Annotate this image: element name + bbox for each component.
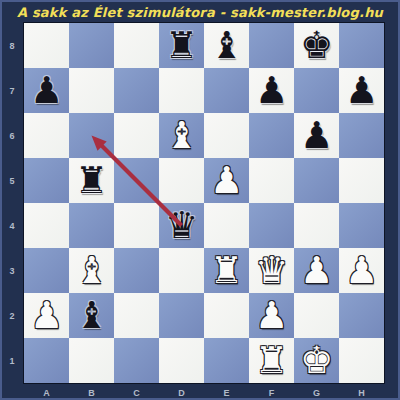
square-d7[interactable]	[159, 68, 204, 113]
square-c4[interactable]	[114, 203, 159, 248]
square-c7[interactable]	[114, 68, 159, 113]
square-h5[interactable]	[339, 158, 384, 203]
rank-label-7: 7	[2, 68, 22, 113]
rank-label-8: 8	[2, 23, 22, 68]
rank-label-3: 3	[2, 248, 22, 293]
square-a6[interactable]	[24, 113, 69, 158]
square-h8[interactable]	[339, 23, 384, 68]
square-f2[interactable]: ♟	[249, 293, 294, 338]
piece-white-pawn-g3[interactable]: ♟	[300, 248, 333, 293]
square-c3[interactable]	[114, 248, 159, 293]
square-a4[interactable]	[24, 203, 69, 248]
square-h7[interactable]: ♟	[339, 68, 384, 113]
square-e7[interactable]	[204, 68, 249, 113]
piece-black-pawn-h7[interactable]: ♟	[345, 68, 378, 113]
piece-white-king-g1[interactable]: ♚	[300, 338, 333, 383]
square-g1[interactable]: ♚	[294, 338, 339, 383]
piece-black-bishop-e8[interactable]: ♝	[210, 23, 243, 68]
square-b3[interactable]: ♝	[69, 248, 114, 293]
square-d3[interactable]	[159, 248, 204, 293]
square-d5[interactable]	[159, 158, 204, 203]
piece-white-queen-f3[interactable]: ♛	[255, 248, 288, 293]
piece-white-rook-f1[interactable]: ♜	[255, 338, 288, 383]
square-c5[interactable]	[114, 158, 159, 203]
square-a7[interactable]: ♟	[24, 68, 69, 113]
square-b7[interactable]	[69, 68, 114, 113]
square-e3[interactable]: ♜	[204, 248, 249, 293]
piece-black-king-g8[interactable]: ♚	[300, 23, 333, 68]
square-g7[interactable]	[294, 68, 339, 113]
file-label-F: F	[249, 385, 294, 400]
file-label-A: A	[24, 385, 69, 400]
square-g3[interactable]: ♟	[294, 248, 339, 293]
square-a8[interactable]	[24, 23, 69, 68]
piece-white-pawn-f2[interactable]: ♟	[255, 293, 288, 338]
square-g5[interactable]	[294, 158, 339, 203]
chess-app-window: A sakk az Élet szimulátora - sakk-mester…	[0, 0, 400, 400]
square-f5[interactable]	[249, 158, 294, 203]
piece-white-bishop-d6[interactable]: ♝	[165, 113, 198, 158]
square-g6[interactable]: ♟	[294, 113, 339, 158]
square-b4[interactable]	[69, 203, 114, 248]
piece-black-rook-d8[interactable]: ♜	[165, 23, 198, 68]
file-label-C: C	[114, 385, 159, 400]
square-b8[interactable]	[69, 23, 114, 68]
page-title: A sakk az Élet szimulátora - sakk-mester…	[17, 5, 383, 20]
square-e4[interactable]	[204, 203, 249, 248]
square-h4[interactable]	[339, 203, 384, 248]
piece-white-pawn-e5[interactable]: ♟	[210, 158, 243, 203]
square-a2[interactable]: ♟	[24, 293, 69, 338]
square-b5[interactable]: ♜	[69, 158, 114, 203]
square-h6[interactable]	[339, 113, 384, 158]
square-e2[interactable]	[204, 293, 249, 338]
square-f7[interactable]: ♟	[249, 68, 294, 113]
square-g4[interactable]	[294, 203, 339, 248]
file-label-D: D	[159, 385, 204, 400]
square-c6[interactable]	[114, 113, 159, 158]
square-a1[interactable]	[24, 338, 69, 383]
square-c2[interactable]	[114, 293, 159, 338]
square-e1[interactable]	[204, 338, 249, 383]
square-d4[interactable]: ♛	[159, 203, 204, 248]
piece-black-pawn-a7[interactable]: ♟	[30, 68, 63, 113]
piece-white-pawn-a2[interactable]: ♟	[30, 293, 63, 338]
piece-white-pawn-h3[interactable]: ♟	[345, 248, 378, 293]
square-f6[interactable]	[249, 113, 294, 158]
rank-label-2: 2	[2, 293, 22, 338]
piece-black-bishop-b2[interactable]: ♝	[75, 293, 108, 338]
square-g8[interactable]: ♚	[294, 23, 339, 68]
square-h3[interactable]: ♟	[339, 248, 384, 293]
square-f8[interactable]	[249, 23, 294, 68]
square-f3[interactable]: ♛	[249, 248, 294, 293]
square-c1[interactable]	[114, 338, 159, 383]
rank-label-4: 4	[2, 203, 22, 248]
square-f1[interactable]: ♜	[249, 338, 294, 383]
square-e5[interactable]: ♟	[204, 158, 249, 203]
square-h2[interactable]	[339, 293, 384, 338]
chess-board: ♜♝♚♟♟♟♝♟♜♟♛♝♜♛♟♟♟♝♟♜♚	[23, 22, 385, 384]
piece-white-bishop-b3[interactable]: ♝	[75, 248, 108, 293]
square-b6[interactable]	[69, 113, 114, 158]
square-h1[interactable]	[339, 338, 384, 383]
square-d2[interactable]	[159, 293, 204, 338]
piece-black-pawn-g6[interactable]: ♟	[300, 113, 333, 158]
file-label-E: E	[204, 385, 249, 400]
file-label-G: G	[294, 385, 339, 400]
piece-black-queen-d4[interactable]: ♛	[165, 203, 198, 248]
rank-label-1: 1	[2, 338, 22, 383]
square-g2[interactable]	[294, 293, 339, 338]
rank-label-5: 5	[2, 158, 22, 203]
file-label-B: B	[69, 385, 114, 400]
piece-black-rook-b5[interactable]: ♜	[75, 158, 108, 203]
square-e8[interactable]: ♝	[204, 23, 249, 68]
square-f4[interactable]	[249, 203, 294, 248]
piece-black-pawn-f7[interactable]: ♟	[255, 68, 288, 113]
piece-white-rook-e3[interactable]: ♜	[210, 248, 243, 293]
title-bar: A sakk az Élet szimulátora - sakk-mester…	[2, 2, 398, 22]
square-b1[interactable]	[69, 338, 114, 383]
square-d8[interactable]: ♜	[159, 23, 204, 68]
square-c8[interactable]	[114, 23, 159, 68]
square-d6[interactable]: ♝	[159, 113, 204, 158]
rank-label-6: 6	[2, 113, 22, 158]
square-a3[interactable]	[24, 248, 69, 293]
square-a5[interactable]	[24, 158, 69, 203]
square-d1[interactable]	[159, 338, 204, 383]
file-label-H: H	[339, 385, 384, 400]
square-b2[interactable]: ♝	[69, 293, 114, 338]
square-e6[interactable]	[204, 113, 249, 158]
